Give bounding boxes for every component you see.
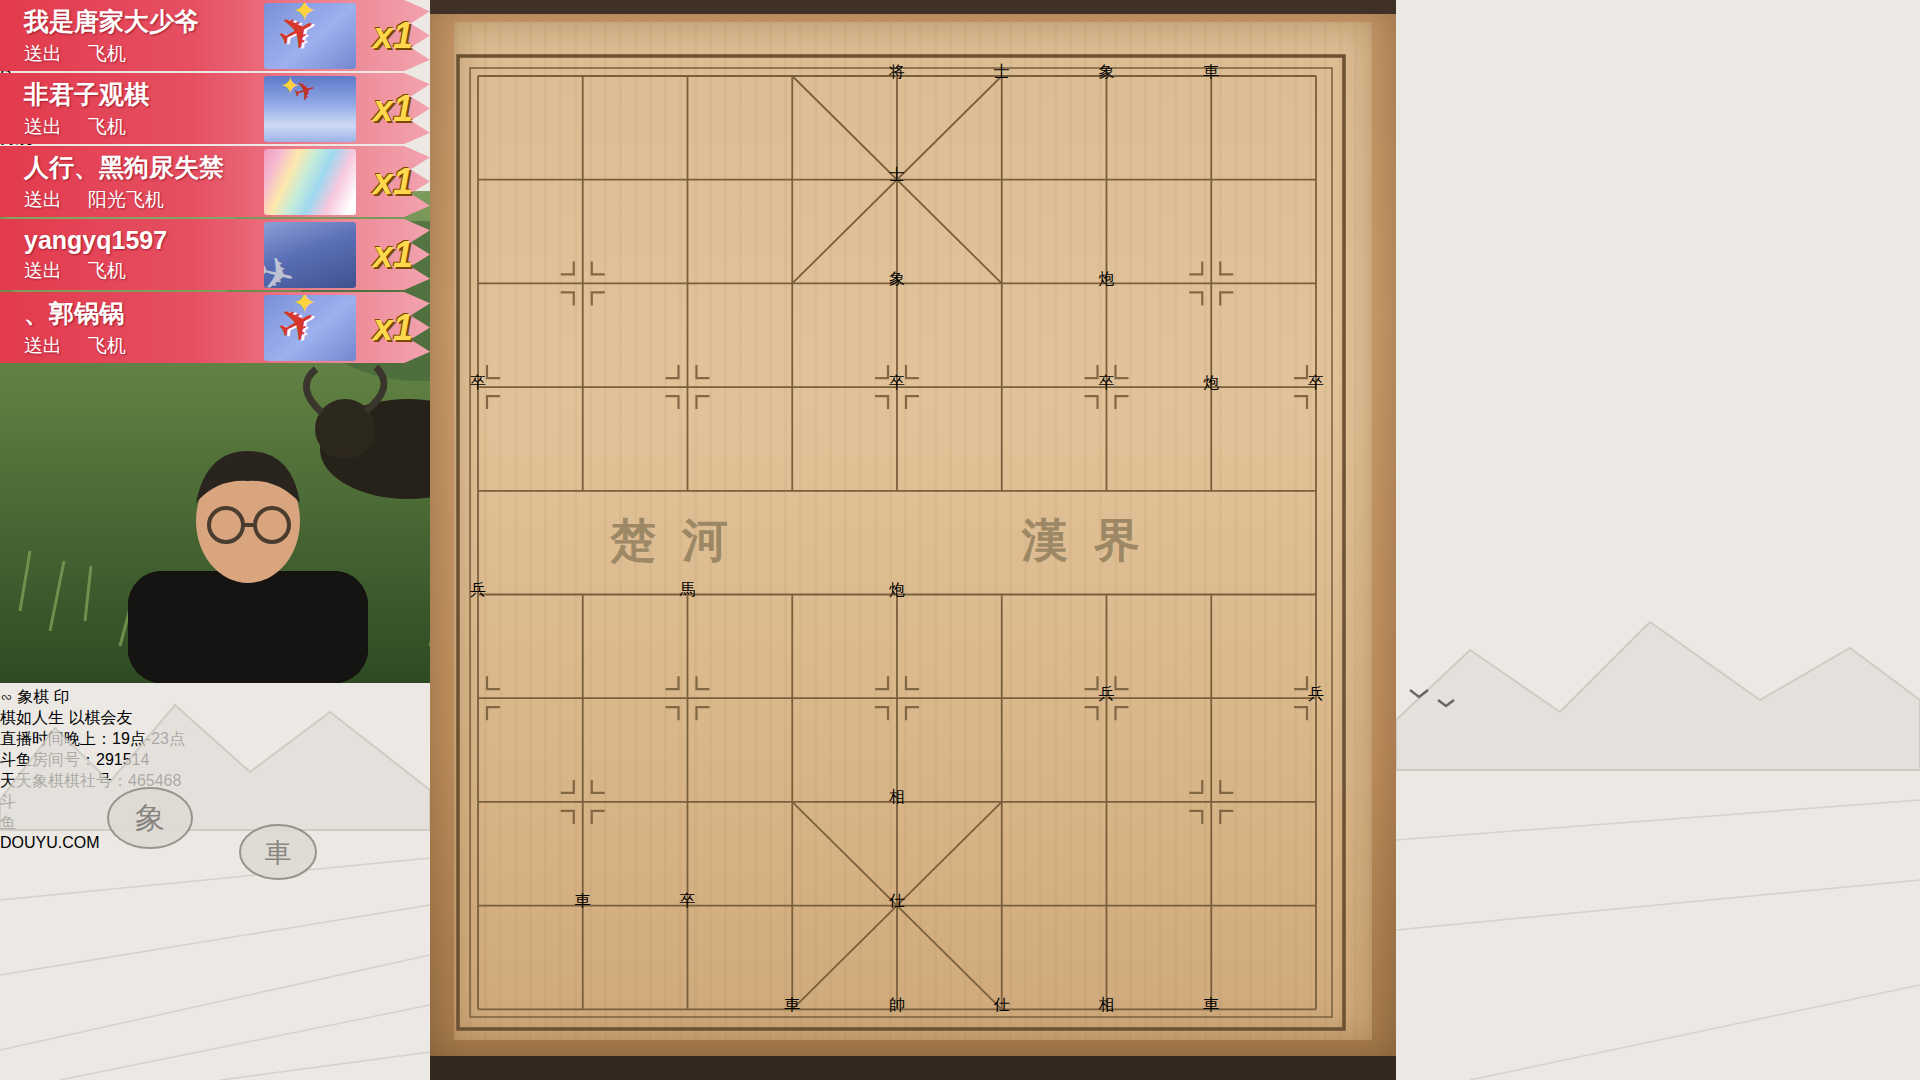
gift-action-label: 送出 [24,187,62,213]
gift-image [264,295,356,361]
piece-black-車[interactable]: 車 [1170,29,1252,115]
gift-image [264,76,356,142]
gift-count: x1 [356,307,430,349]
gift-name: 飞机 [88,258,126,284]
piece-red-炮[interactable]: 炮 [1170,340,1252,426]
gift-count: x1 [356,234,430,276]
gift-count: x1 [356,161,430,203]
stream-screen: 象 車 楚河 漢界 将士象車士象炮卒卒卒炮卒兵馬炮兵兵相車卒仕車帥仕相車 我是唐… [0,0,1920,1080]
gift-name: 飞机 [88,333,126,359]
gift-action-label: 送出 [24,258,62,284]
gift-count: x1 [356,88,430,130]
piece-glyph: 兵 [470,580,486,601]
seal-icon: 印 [54,688,70,705]
piece-red-兵[interactable]: 兵 [437,548,519,634]
piece-glyph: 車 [1203,62,1219,83]
piece-red-帥[interactable]: 帥 [856,962,938,1048]
gift-image [264,3,356,69]
piece-glyph: 車 [575,891,591,912]
piece-glyph: 兵 [1099,684,1115,705]
gift-banner: 人行、黑狗尿失禁 送出 阳光飞机 x1 [0,146,430,217]
piece-red-車[interactable]: 車 [1170,962,1252,1048]
piece-glyph: 相 [889,787,905,808]
piece-red-馬[interactable]: 馬 [647,548,729,634]
logo-flourish: ∽ [0,688,13,705]
gift-banner: yangyq1597 送出 飞机 x1 [0,219,430,290]
gift-action-label: 送出 [24,333,62,359]
gift-count: x1 [356,15,430,57]
piece-red-兵[interactable]: 兵 [1066,651,1148,737]
gift-action-label: 送出 [24,114,62,140]
board-frame-bottom [430,1056,1396,1080]
piece-red-兵[interactable]: 兵 [1275,651,1357,737]
piece-red-車[interactable]: 車 [751,962,833,1048]
gift-action-label: 送出 [24,41,62,67]
piece-red-相[interactable]: 相 [1066,962,1148,1048]
piece-glyph: 仕 [889,891,905,912]
piece-red-炮[interactable]: 炮 [1066,236,1148,322]
piece-red-相[interactable]: 相 [856,755,938,841]
piece-black-卒[interactable]: 卒 [1275,340,1357,426]
piece-glyph: 相 [1099,995,1115,1016]
gift-panel: 我是唐家大少爷 送出 飞机 x1 非君子观棋 送出 飞机 [0,0,430,365]
piece-black-炮[interactable]: 炮 [856,548,938,634]
piece-red-仕[interactable]: 仕 [961,962,1043,1048]
gift-banner: 非君子观棋 送出 飞机 x1 [0,73,430,144]
piece-black-将[interactable]: 将 [856,29,938,115]
gift-image [264,149,356,215]
piece-glyph: 士 [889,165,905,186]
piece-red-仕[interactable]: 仕 [856,859,938,945]
gift-image [264,222,356,288]
piece-black-卒[interactable]: 卒 [856,340,938,426]
piece-glyph: 卒 [1099,373,1115,394]
gift-username: 非君子观棋 [24,78,264,111]
piece-black-車[interactable]: 車 [542,859,624,945]
gift-name: 飞机 [88,41,126,67]
piece-glyph: 炮 [1099,269,1115,290]
gift-username: 、郭锅锅 [24,297,264,330]
piece-glyph: 士 [994,62,1010,83]
xiangqi-logo: 象棋 [17,688,49,705]
piece-glyph: 帥 [889,995,905,1016]
piece-glyph: 将 [889,62,905,83]
gift-username: 我是唐家大少爷 [24,5,264,38]
piece-black-卒[interactable]: 卒 [1066,340,1148,426]
gift-username: yangyq1597 [24,226,264,255]
piece-glyph: 卒 [680,891,696,912]
board-frame-top [430,0,1396,14]
piece-glyph: 車 [784,995,800,1016]
piece-glyph: 象 [1099,62,1115,83]
piece-black-士[interactable]: 士 [856,133,938,219]
gift-banner: 我是唐家大少爷 送出 飞机 x1 [0,0,430,71]
piece-glyph: 卒 [470,373,486,394]
piece-glyph: 馬 [680,580,696,601]
piece-glyph: 卒 [889,373,905,394]
piece-glyph: 象 [889,269,905,290]
gift-username: 人行、黑狗尿失禁 [24,151,264,184]
piece-black-象[interactable]: 象 [856,236,938,322]
piece-glyph: 炮 [1203,373,1219,394]
gift-name: 阳光飞机 [88,187,164,213]
piece-black-士[interactable]: 士 [961,29,1043,115]
piece-glyph: 兵 [1308,684,1324,705]
gift-banner: 、郭锅锅 送出 飞机 x1 [0,292,430,363]
piece-black-象[interactable]: 象 [1066,29,1148,115]
piece-glyph: 仕 [994,995,1010,1016]
gift-name: 飞机 [88,114,126,140]
piece-glyph: 炮 [889,580,905,601]
piece-black-卒[interactable]: 卒 [437,340,519,426]
piece-glyph: 車 [1203,995,1219,1016]
piece-glyph: 卒 [1308,373,1324,394]
piece-black-卒[interactable]: 卒 [647,859,729,945]
